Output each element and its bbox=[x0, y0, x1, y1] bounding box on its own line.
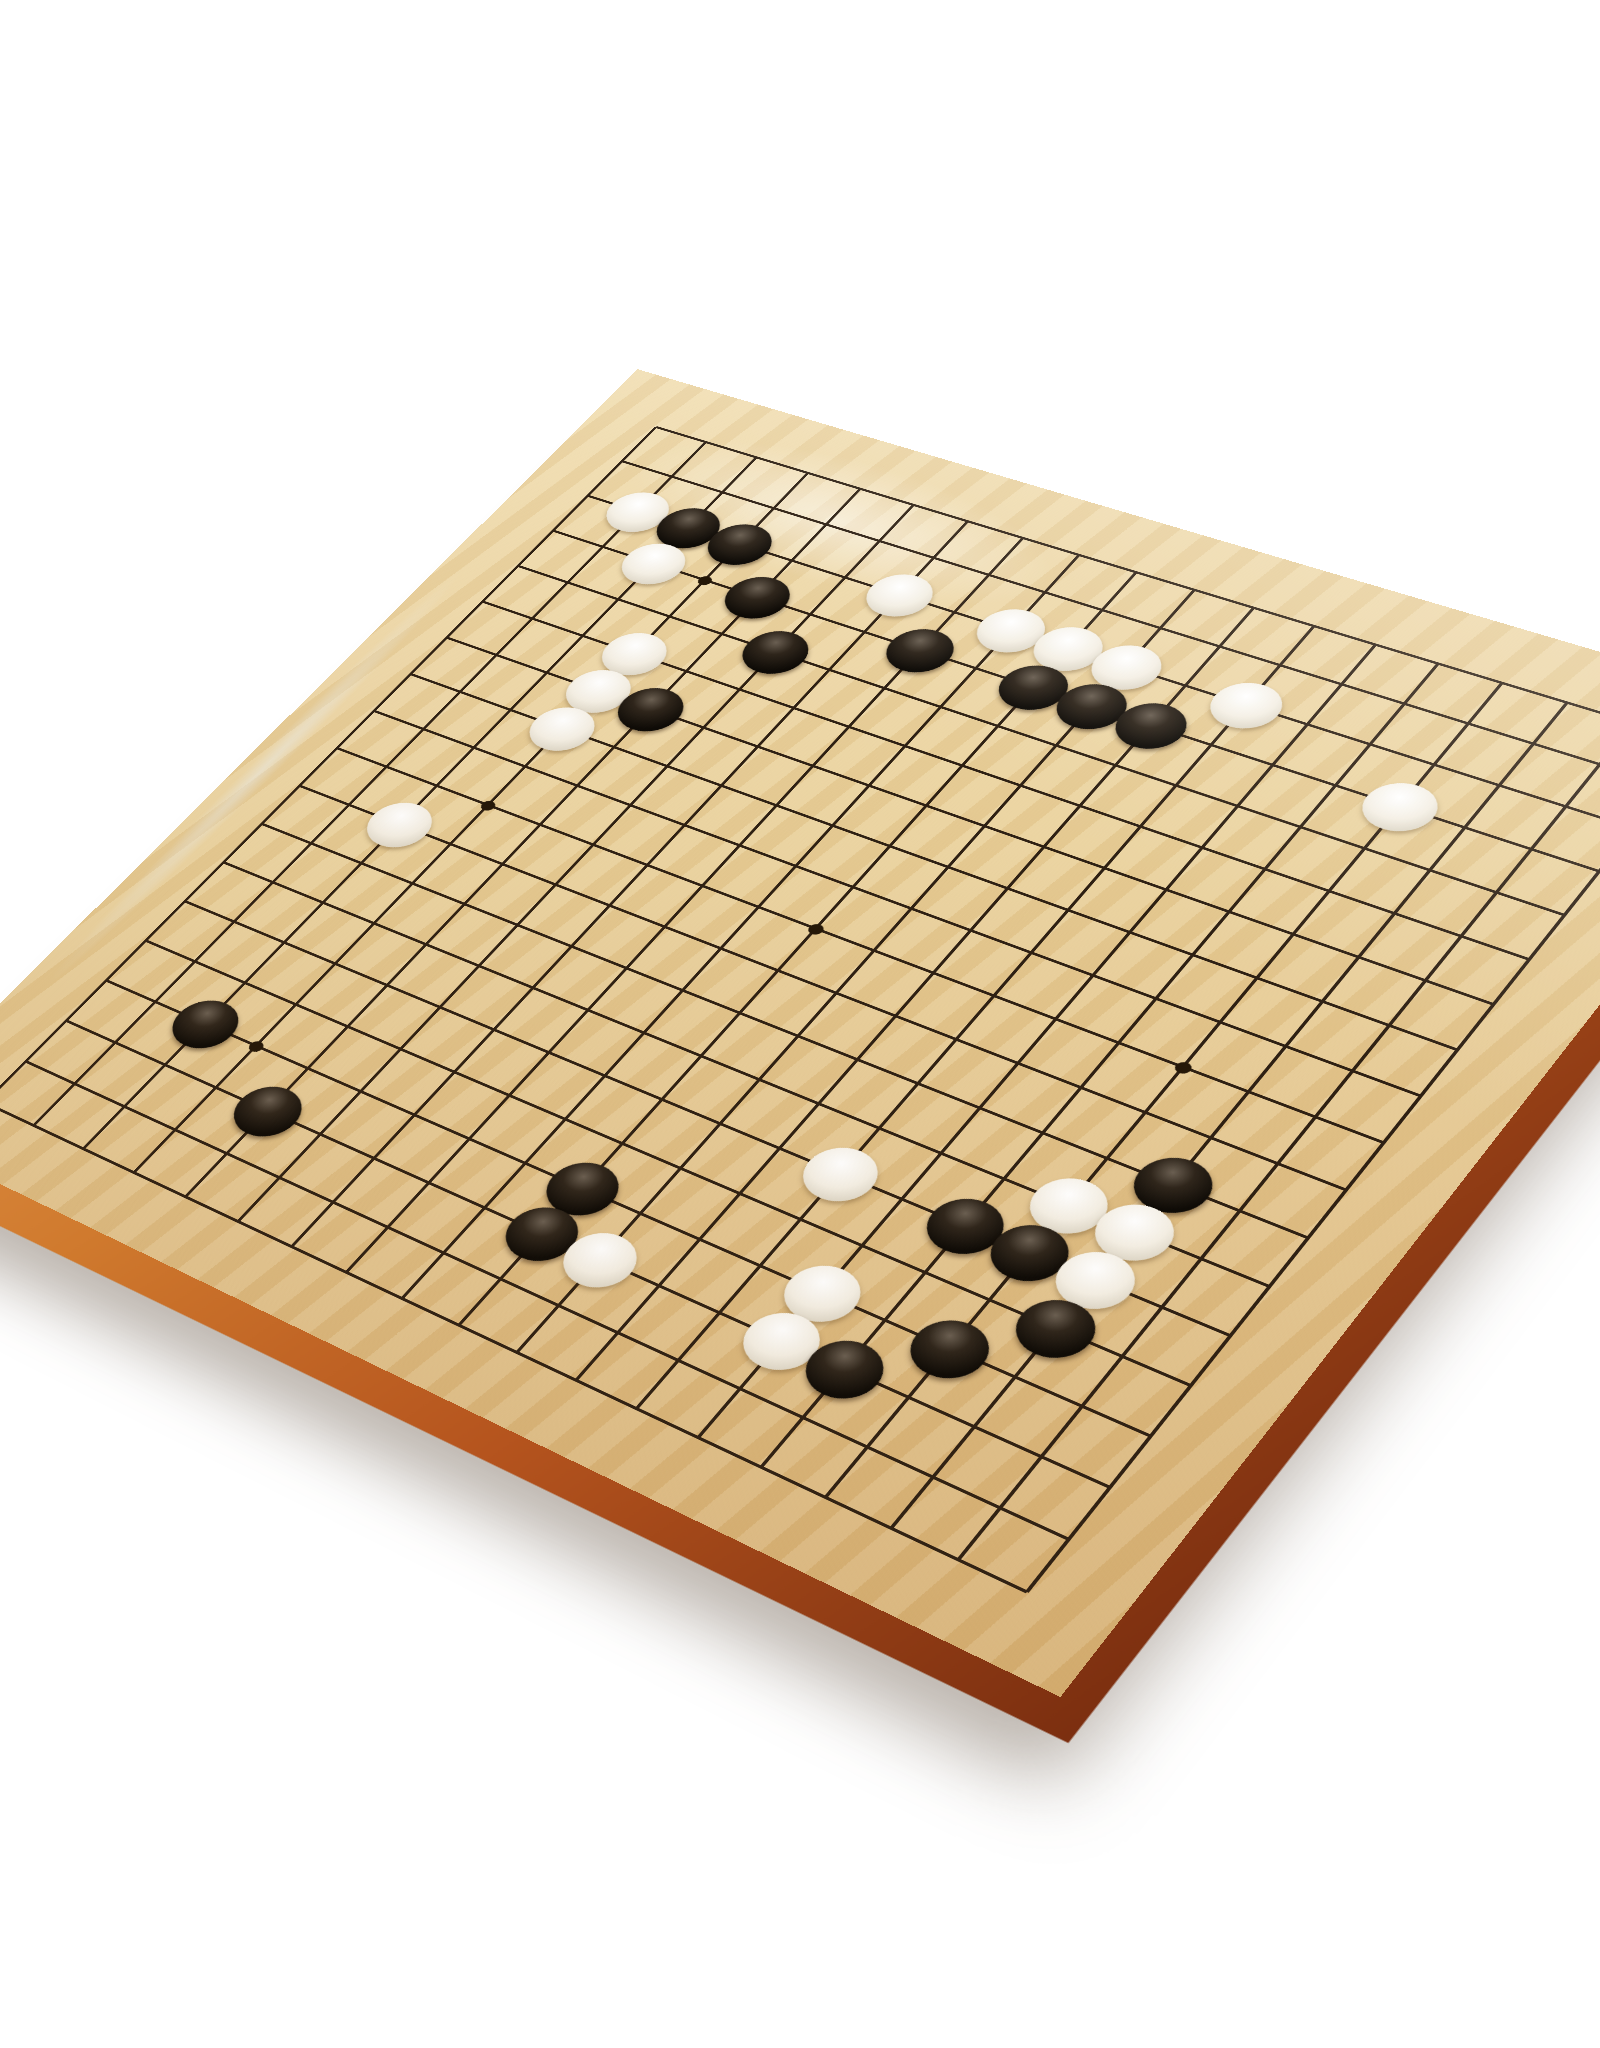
grid-line bbox=[236, 504, 915, 1222]
board-grid bbox=[638, 369, 1600, 717]
go-stone-black[interactable] bbox=[873, 621, 966, 679]
go-stone-black[interactable] bbox=[220, 1077, 315, 1145]
grid-line bbox=[655, 426, 1600, 745]
grid-line bbox=[0, 427, 658, 1104]
go-stone-white[interactable] bbox=[854, 567, 946, 623]
grid-line bbox=[32, 442, 707, 1127]
go-stone-black[interactable] bbox=[712, 570, 802, 625]
grid-line bbox=[517, 565, 1566, 917]
go-stone-black[interactable] bbox=[159, 992, 252, 1057]
grid-line bbox=[373, 710, 1422, 1098]
go-stone-white[interactable] bbox=[1349, 774, 1451, 838]
go-board-scene bbox=[0, 0, 1600, 2048]
photo-background: { "game": "go", "board_size": 19, "stone… bbox=[0, 0, 1600, 2048]
go-stone-black[interactable] bbox=[730, 623, 821, 680]
go-stone-white[interactable] bbox=[1197, 675, 1295, 736]
go-board[interactable] bbox=[0, 369, 1600, 1697]
go-stone-white[interactable] bbox=[789, 1137, 892, 1210]
go-stone-black[interactable] bbox=[895, 1309, 1003, 1388]
go-stone-white[interactable] bbox=[354, 795, 445, 855]
